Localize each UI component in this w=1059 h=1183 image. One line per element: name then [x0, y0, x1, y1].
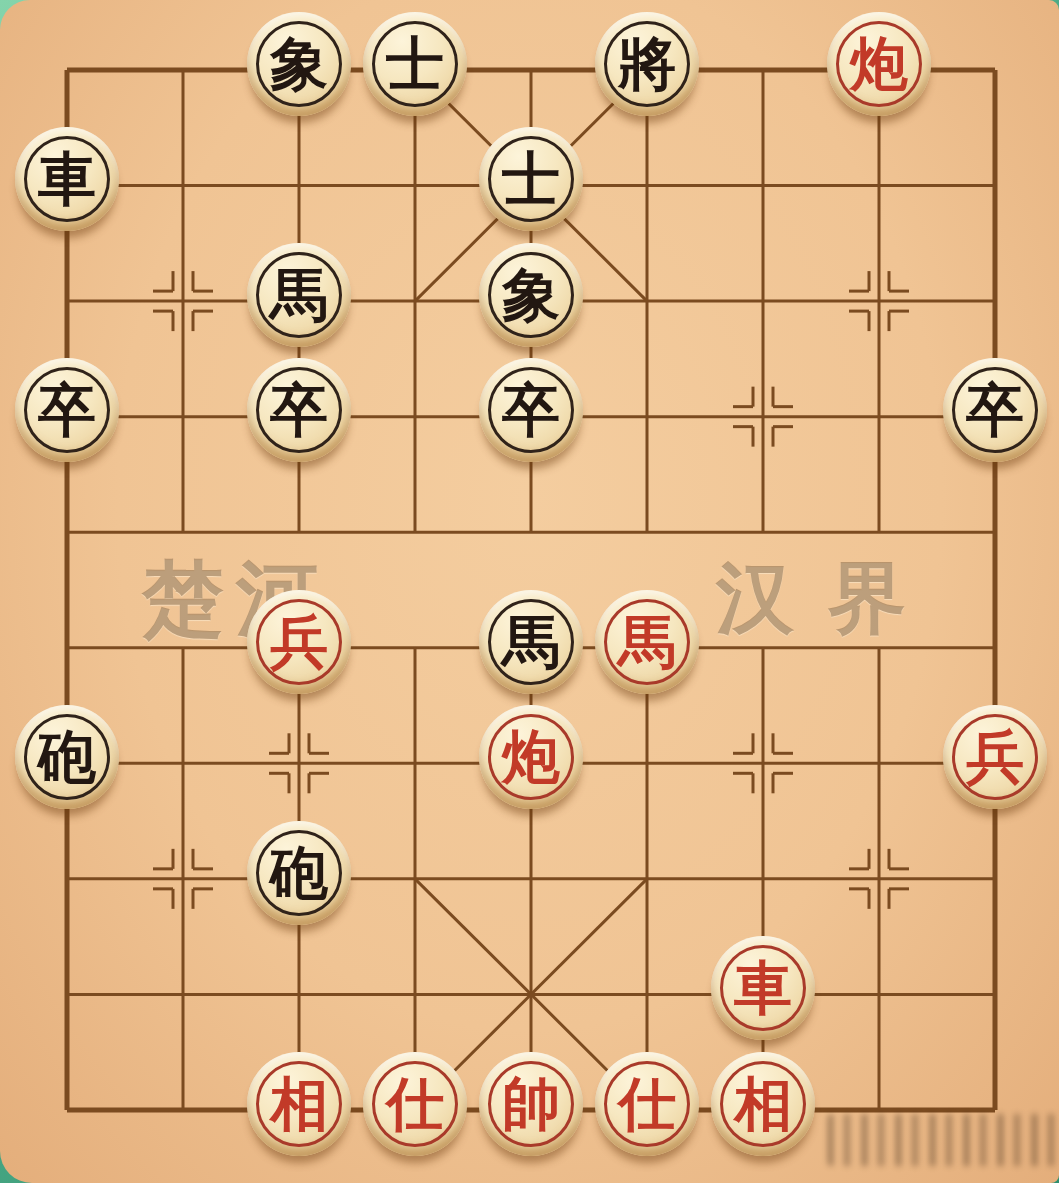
- piece-glyph: 炮: [479, 705, 583, 809]
- board-point-4-1: 士: [473, 128, 589, 244]
- piece-glyph: 相: [711, 1052, 815, 1156]
- piece-black-soldier[interactable]: 卒: [479, 358, 583, 462]
- piece-glyph: 仕: [363, 1052, 467, 1156]
- piece-black-advisor[interactable]: 士: [479, 127, 583, 231]
- board-point-8-6: 兵: [937, 705, 1053, 821]
- piece-glyph: 車: [711, 936, 815, 1040]
- board-point-4-6: 炮: [473, 705, 589, 821]
- board-point-0-3: 卒: [9, 359, 125, 475]
- piece-glyph: 相: [247, 1052, 351, 1156]
- board-point-3-9: 仕: [357, 1052, 473, 1168]
- piece-glyph: 砲: [15, 705, 119, 809]
- piece-glyph: 卒: [247, 358, 351, 462]
- piece-red-cannon[interactable]: 炮: [479, 705, 583, 809]
- watermark-blur: [828, 1114, 1059, 1166]
- board-point-6-9: 相: [705, 1052, 821, 1168]
- board-point-2-0: 象: [241, 12, 357, 128]
- board-point-0-1: 車: [9, 128, 125, 244]
- piece-glyph: 將: [595, 12, 699, 116]
- piece-glyph: 兵: [247, 590, 351, 694]
- piece-red-general[interactable]: 帥: [479, 1052, 583, 1156]
- piece-black-chariot[interactable]: 車: [15, 127, 119, 231]
- xiangqi-board: 楚河 汉界 象士將炮車士馬象卒卒卒卒兵馬馬砲炮兵砲車相仕帥仕相: [0, 0, 1059, 1183]
- board-point-0-6: 砲: [9, 705, 125, 821]
- piece-black-soldier[interactable]: 卒: [15, 358, 119, 462]
- board-point-5-9: 仕: [589, 1052, 705, 1168]
- piece-glyph: 士: [479, 127, 583, 231]
- board-point-4-3: 卒: [473, 359, 589, 475]
- piece-glyph: 馬: [479, 590, 583, 694]
- piece-glyph: 士: [363, 12, 467, 116]
- piece-red-cannon[interactable]: 炮: [827, 12, 931, 116]
- piece-red-elephant[interactable]: 相: [247, 1052, 351, 1156]
- piece-red-soldier[interactable]: 兵: [943, 705, 1047, 809]
- piece-glyph: 象: [479, 243, 583, 347]
- piece-black-cannon[interactable]: 砲: [247, 821, 351, 925]
- piece-glyph: 卒: [479, 358, 583, 462]
- piece-black-elephant[interactable]: 象: [247, 12, 351, 116]
- board-point-6-8: 車: [705, 936, 821, 1052]
- board-point-2-9: 相: [241, 1052, 357, 1168]
- piece-black-advisor[interactable]: 士: [363, 12, 467, 116]
- board-point-2-7: 砲: [241, 821, 357, 937]
- piece-glyph: 卒: [943, 358, 1047, 462]
- piece-black-elephant[interactable]: 象: [479, 243, 583, 347]
- board-point-4-9: 帥: [473, 1052, 589, 1168]
- board-point-2-2: 馬: [241, 243, 357, 359]
- piece-glyph: 帥: [479, 1052, 583, 1156]
- piece-red-horse[interactable]: 馬: [595, 590, 699, 694]
- piece-red-elephant[interactable]: 相: [711, 1052, 815, 1156]
- pieces-layer: 象士將炮車士馬象卒卒卒卒兵馬馬砲炮兵砲車相仕帥仕相: [9, 12, 1053, 1167]
- piece-glyph: 仕: [595, 1052, 699, 1156]
- board-point-3-0: 士: [357, 12, 473, 128]
- app-background: 楚河 汉界 象士將炮車士馬象卒卒卒卒兵馬馬砲炮兵砲車相仕帥仕相: [0, 0, 1059, 1183]
- piece-red-chariot[interactable]: 車: [711, 936, 815, 1040]
- piece-black-soldier[interactable]: 卒: [247, 358, 351, 462]
- piece-glyph: 象: [247, 12, 351, 116]
- board-point-2-3: 卒: [241, 359, 357, 475]
- board-point-5-0: 將: [589, 12, 705, 128]
- piece-glyph: 車: [15, 127, 119, 231]
- piece-black-soldier[interactable]: 卒: [943, 358, 1047, 462]
- board-point-5-5: 馬: [589, 590, 705, 706]
- piece-glyph: 炮: [827, 12, 931, 116]
- board-point-4-5: 馬: [473, 590, 589, 706]
- piece-glyph: 馬: [247, 243, 351, 347]
- piece-red-soldier[interactable]: 兵: [247, 590, 351, 694]
- piece-glyph: 砲: [247, 821, 351, 925]
- board-point-8-3: 卒: [937, 359, 1053, 475]
- piece-black-general[interactable]: 將: [595, 12, 699, 116]
- piece-glyph: 馬: [595, 590, 699, 694]
- board-point-2-5: 兵: [241, 590, 357, 706]
- board-point-7-0: 炮: [821, 12, 937, 128]
- piece-glyph: 兵: [943, 705, 1047, 809]
- piece-red-advisor[interactable]: 仕: [595, 1052, 699, 1156]
- piece-black-horse[interactable]: 馬: [247, 243, 351, 347]
- piece-glyph: 卒: [15, 358, 119, 462]
- piece-red-advisor[interactable]: 仕: [363, 1052, 467, 1156]
- piece-black-horse[interactable]: 馬: [479, 590, 583, 694]
- piece-black-cannon[interactable]: 砲: [15, 705, 119, 809]
- board-point-4-2: 象: [473, 243, 589, 359]
